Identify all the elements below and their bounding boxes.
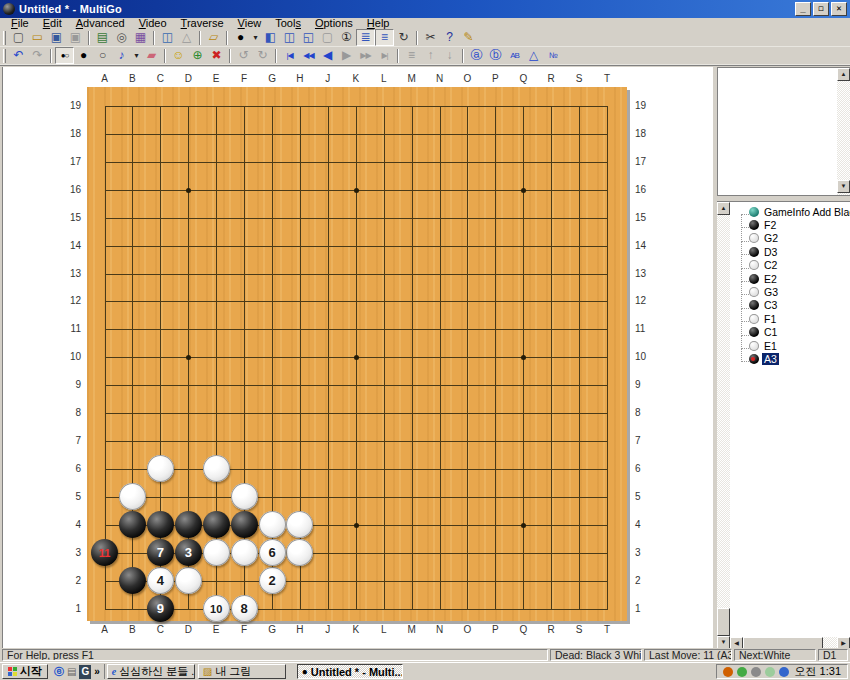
comment-panel[interactable]: ▲ ▼ bbox=[717, 67, 850, 196]
taskbar-task-2[interactable]: ●Untitled * - Multi... bbox=[297, 664, 403, 679]
nav-forward10-icon[interactable]: ▶▶ bbox=[356, 47, 375, 64]
layout-board-icon[interactable]: ◧ bbox=[261, 29, 280, 46]
delete-node-button: ✖ bbox=[211, 47, 221, 64]
black-stone-icon[interactable]: ● bbox=[74, 47, 93, 64]
coord-number-left-7: 7 bbox=[57, 435, 81, 446]
move-number: 11 bbox=[99, 547, 111, 559]
rotate-ccw-icon[interactable]: ↺ bbox=[234, 47, 253, 64]
coord-number-left-1: 1 bbox=[57, 603, 81, 614]
coord-letter-top-C: C bbox=[150, 73, 170, 84]
copy-icon[interactable]: ◫ bbox=[158, 29, 177, 46]
toolbar-grip[interactable] bbox=[3, 49, 6, 63]
layout-split-button: ◫ bbox=[284, 29, 295, 46]
status-next-player: Next:White bbox=[734, 649, 816, 661]
print-preview-icon[interactable]: ◎ bbox=[112, 29, 131, 46]
start-button[interactable]: 시작 bbox=[2, 664, 48, 679]
coord-letter-bottom-E: E bbox=[206, 624, 226, 635]
coord-letter-bottom-B: B bbox=[122, 624, 142, 635]
coord-letter-bottom-S: S bbox=[569, 624, 589, 635]
tree-node-D3[interactable]: D3 bbox=[730, 245, 779, 258]
move-list[interactable]: GameInfo Add Black AddF2G2D3C2E2G3C3F1C1… bbox=[730, 202, 850, 637]
stone-tool-dropdown: ▾ bbox=[253, 29, 257, 46]
coord-letter-top-O: O bbox=[457, 73, 477, 84]
tree-node-C2[interactable]: C2 bbox=[730, 259, 779, 272]
black-stone-D3[interactable]: 3 bbox=[175, 539, 202, 566]
toolbar-separator bbox=[229, 49, 231, 63]
sound-dropdown[interactable]: ▾ bbox=[131, 47, 142, 64]
nav-last-icon[interactable]: ▶| bbox=[375, 47, 394, 64]
menu-video[interactable]: Video bbox=[132, 18, 174, 29]
white-stone-F5[interactable] bbox=[231, 483, 258, 510]
tree-node-label: C2 bbox=[762, 259, 779, 271]
tree-node-label: E2 bbox=[762, 273, 779, 285]
nav-first-icon[interactable]: |◀ bbox=[280, 47, 299, 64]
coord-number-left-14: 14 bbox=[57, 240, 81, 251]
tree-node-A3[interactable]: A3 bbox=[730, 352, 779, 365]
mark-letter-black-button: ⓐ bbox=[471, 47, 483, 64]
status-last-move: Last Move: 11 (A3) bbox=[644, 649, 732, 661]
toolbar-separator bbox=[462, 49, 464, 63]
nav-forward10-button: ▶▶ bbox=[360, 47, 370, 64]
power-tray-icon[interactable] bbox=[751, 667, 761, 677]
start-label: 시작 bbox=[20, 664, 42, 679]
stone-tool-dropdown[interactable]: ▾ bbox=[250, 29, 261, 46]
white-stone-G3[interactable]: 6 bbox=[259, 539, 286, 566]
nav-back-icon[interactable]: ◀ bbox=[318, 47, 337, 64]
tree-node-label: C3 bbox=[762, 299, 779, 311]
move-number: 7 bbox=[157, 545, 164, 560]
grid-line bbox=[551, 106, 552, 610]
coord-number-left-5: 5 bbox=[57, 491, 81, 502]
white-stone-F3[interactable] bbox=[231, 539, 258, 566]
volume-tray-icon[interactable] bbox=[723, 667, 733, 677]
coord-number-right-2: 2 bbox=[635, 575, 659, 586]
white-stone-C6[interactable] bbox=[147, 455, 174, 482]
white-stone-D2[interactable] bbox=[175, 567, 202, 594]
toolbar-grip[interactable] bbox=[3, 31, 6, 45]
toolbar-separator bbox=[397, 49, 399, 63]
game-tools-icon[interactable]: ✂ bbox=[421, 29, 440, 46]
coord-letter-bottom-T: T bbox=[597, 624, 617, 635]
tree-node-F1[interactable]: F1 bbox=[730, 312, 778, 325]
layout-hsplit-icon[interactable]: ◱ bbox=[299, 29, 318, 46]
menu-help[interactable]: Help bbox=[360, 18, 397, 29]
task-label: 심심하신 분들 ..가경... bbox=[119, 664, 195, 679]
layout-split-icon[interactable]: ◫ bbox=[280, 29, 299, 46]
coord-letter-top-Q: Q bbox=[513, 73, 533, 84]
star-point bbox=[354, 523, 359, 528]
coord-letter-top-T: T bbox=[597, 73, 617, 84]
ie-quicklaunch-icon[interactable]: ⓔ bbox=[54, 665, 64, 679]
scroll-up-icon[interactable]: ▲ bbox=[837, 68, 850, 81]
black-stone-C1[interactable]: 9 bbox=[147, 595, 174, 622]
black-stone-C3[interactable]: 7 bbox=[147, 539, 174, 566]
tree-connector bbox=[741, 256, 749, 269]
coord-letter-top-L: L bbox=[374, 73, 394, 84]
context-help-button: ? bbox=[446, 29, 453, 46]
prev-branch-button: ↑ bbox=[428, 47, 434, 64]
mark-label-icon[interactable]: AB bbox=[505, 47, 524, 64]
tree-connector bbox=[741, 336, 749, 349]
mark-letter-white-button: ⓑ bbox=[490, 47, 502, 64]
toolbar-edit-navigate: ↶↷●○●○♪▾▰☺⊕✖↺↻|◀◀◀◀▶▶▶▶|≡↑↓ⓐⓑAB△№ bbox=[0, 47, 850, 65]
add-branch-icon[interactable]: ⊕ bbox=[188, 47, 207, 64]
media-quicklaunch-icon[interactable]: ▤ bbox=[67, 665, 76, 679]
mark-number-icon[interactable]: № bbox=[543, 47, 562, 64]
import-button: ▱ bbox=[209, 29, 218, 46]
coord-letter-bottom-J: J bbox=[318, 624, 338, 635]
star-point bbox=[521, 523, 526, 528]
smiley-button: ☺ bbox=[172, 47, 184, 64]
next-branch-button: ↓ bbox=[447, 47, 453, 64]
nav-last-button: ▶| bbox=[381, 47, 387, 64]
black-stone-F4[interactable] bbox=[231, 511, 258, 538]
coord-letter-bottom-R: R bbox=[541, 624, 561, 635]
move-number: 3 bbox=[185, 545, 192, 560]
minimize-button[interactable]: _ bbox=[795, 2, 811, 16]
export-image-button: ▦ bbox=[135, 29, 146, 46]
grid-line bbox=[105, 469, 609, 470]
move-tree-panel: ▲ ▼ GameInfo Add Black AddF2G2D3C2E2G3C3… bbox=[717, 201, 850, 649]
update-tray-icon[interactable] bbox=[779, 667, 789, 677]
tree-view-button: ≣ bbox=[360, 29, 370, 46]
move-number: 10 bbox=[210, 603, 222, 615]
white-stone-node-icon bbox=[749, 341, 759, 351]
mark-letter-white-icon[interactable]: ⓑ bbox=[486, 47, 505, 64]
coord-letter-bottom-G: G bbox=[262, 624, 282, 635]
coord-letter-top-S: S bbox=[569, 73, 589, 84]
nav-forward-icon[interactable]: ▶ bbox=[337, 47, 356, 64]
node-list-icon[interactable]: ≡ bbox=[375, 29, 394, 46]
import-icon[interactable]: ▱ bbox=[204, 29, 223, 46]
white-stone-node-icon bbox=[749, 314, 759, 324]
messenger-tray-icon[interactable] bbox=[737, 667, 747, 677]
tree-node-E1[interactable]: E1 bbox=[730, 339, 779, 352]
quicklaunch-overflow-chevron[interactable]: » bbox=[94, 665, 100, 679]
black-stone-node-icon bbox=[749, 220, 759, 230]
coord-number-left-8: 8 bbox=[57, 407, 81, 418]
close-button[interactable]: ✕ bbox=[831, 2, 847, 16]
star-point bbox=[186, 188, 191, 193]
window-title: Untitled * - MultiGo bbox=[19, 3, 122, 15]
white-stone-H3[interactable] bbox=[286, 539, 313, 566]
copy-button: ◫ bbox=[162, 29, 173, 46]
open-file-button: ▭ bbox=[32, 29, 43, 46]
white-stone-H4[interactable] bbox=[286, 511, 313, 538]
layout-hsplit-button: ◱ bbox=[303, 29, 314, 46]
white-stone-E1[interactable]: 10 bbox=[203, 595, 230, 622]
toolbar-separator bbox=[164, 49, 166, 63]
grid-line bbox=[384, 106, 385, 610]
tree-node-label: E1 bbox=[762, 340, 779, 352]
coord-number-right-14: 14 bbox=[635, 240, 659, 251]
grid-line bbox=[607, 106, 608, 610]
menu-view[interactable]: View bbox=[231, 18, 269, 29]
grid-line bbox=[105, 441, 609, 442]
sound-icon[interactable]: ♪ bbox=[112, 47, 131, 64]
black-stone-button: ● bbox=[80, 47, 87, 64]
black-stone-E4[interactable] bbox=[203, 511, 230, 538]
edit-mode-icon[interactable]: ✎ bbox=[459, 29, 478, 46]
tree-node-label: G3 bbox=[762, 286, 780, 298]
status-help: For Help, press F1 bbox=[2, 649, 548, 661]
black-stone-node-icon bbox=[749, 327, 759, 337]
grid-line bbox=[495, 106, 496, 610]
rotate-board-icon[interactable]: ↻ bbox=[394, 29, 413, 46]
clock: 오전 1:31 bbox=[793, 664, 841, 679]
tree-node-label: A3 bbox=[762, 353, 779, 365]
print-icon[interactable]: ▤ bbox=[93, 29, 112, 46]
task-label: Untitled * - Multi... bbox=[311, 666, 403, 678]
coord-letter-bottom-A: A bbox=[95, 624, 115, 635]
coord-letter-bottom-M: M bbox=[402, 624, 422, 635]
white-stone-E3[interactable] bbox=[203, 539, 230, 566]
taskbar-task-0[interactable]: e심심하신 분들 ..가경... bbox=[107, 664, 195, 679]
undo-icon[interactable]: ↶ bbox=[9, 47, 28, 64]
task-icon: ● bbox=[302, 666, 308, 677]
save-as-button: ▣ bbox=[70, 29, 81, 46]
toolbar-separator bbox=[88, 31, 90, 45]
coord-number-left-11: 11 bbox=[57, 323, 81, 334]
comment-scrollbar[interactable]: ▲ ▼ bbox=[837, 68, 850, 195]
save-icon[interactable]: ▣ bbox=[47, 29, 66, 46]
white-stone-C2[interactable]: 4 bbox=[147, 567, 174, 594]
coord-number-right-15: 15 bbox=[635, 212, 659, 223]
eraser-icon[interactable]: ▰ bbox=[142, 47, 161, 64]
alternate-stones-button: ●○ bbox=[61, 47, 69, 64]
tree-node-label: GameInfo Add Black Add bbox=[762, 206, 850, 218]
redo-button: ↷ bbox=[32, 47, 42, 64]
coord-letter-bottom-O: O bbox=[457, 624, 477, 635]
nav-back-button: ◀ bbox=[323, 47, 332, 64]
grid-line bbox=[105, 497, 609, 498]
tree-connector bbox=[741, 309, 749, 322]
restore-button[interactable]: ◻ bbox=[813, 2, 829, 16]
move-number: 4 bbox=[157, 573, 164, 588]
coord-number-left-13: 13 bbox=[57, 268, 81, 279]
rotate-ccw-button: ↺ bbox=[238, 47, 248, 64]
task-icon: ▨ bbox=[203, 666, 212, 677]
tree-connector bbox=[741, 269, 749, 282]
tree-node-label: C1 bbox=[762, 326, 779, 338]
mark-letter-black-icon[interactable]: ⓐ bbox=[467, 47, 486, 64]
tree-connector bbox=[741, 229, 749, 242]
copy-position-button: △ bbox=[182, 29, 191, 46]
toolbar-separator bbox=[199, 31, 201, 45]
tree-view-icon[interactable]: ≣ bbox=[356, 29, 375, 46]
new-file-icon[interactable]: ▢ bbox=[9, 29, 28, 46]
black-stone-D4[interactable] bbox=[175, 511, 202, 538]
status-dead-count: Dead: Black 3 White 0 bbox=[550, 649, 642, 661]
sound-button: ♪ bbox=[119, 47, 125, 64]
game-tools-button: ✂ bbox=[425, 29, 435, 46]
coord-number-right-3: 3 bbox=[635, 547, 659, 558]
scroll-down-icon[interactable]: ▼ bbox=[837, 180, 850, 193]
print-preview-button: ◎ bbox=[116, 29, 126, 46]
coord-number-right-11: 11 bbox=[635, 323, 659, 334]
title-bar: Untitled * - MultiGo _ ◻ ✕ bbox=[0, 0, 850, 18]
coord-number-right-8: 8 bbox=[635, 407, 659, 418]
black-stone-C4[interactable] bbox=[147, 511, 174, 538]
coord-number-left-3: 3 bbox=[57, 547, 81, 558]
coord-number-right-1: 1 bbox=[635, 603, 659, 614]
coord-letter-top-H: H bbox=[290, 73, 310, 84]
black-stone-node-icon bbox=[749, 354, 759, 364]
tree-vertical-scrollbar[interactable]: ▲ ▼ bbox=[717, 202, 730, 650]
coord-number-right-5: 5 bbox=[635, 491, 659, 502]
tree-node-G3[interactable]: G3 bbox=[730, 285, 780, 298]
toolbar-separator bbox=[226, 31, 228, 45]
open-file-icon[interactable]: ▭ bbox=[28, 29, 47, 46]
grid-line bbox=[467, 106, 468, 610]
menu-edit[interactable]: Edit bbox=[36, 18, 69, 29]
nav-back10-icon[interactable]: ◀◀ bbox=[299, 47, 318, 64]
g-quicklaunch-icon[interactable]: G bbox=[79, 665, 91, 679]
scroll-up-icon[interactable]: ▲ bbox=[717, 202, 730, 215]
context-help-icon[interactable]: ? bbox=[440, 29, 459, 46]
nav-first-button: |◀ bbox=[286, 47, 292, 64]
coord-number-right-7: 7 bbox=[635, 435, 659, 446]
task-icon: e bbox=[112, 666, 116, 677]
rotate-cw-icon[interactable]: ↻ bbox=[253, 47, 272, 64]
new-file-button: ▢ bbox=[13, 29, 24, 46]
taskbar-task-1[interactable]: ▨내 그림 bbox=[198, 664, 286, 679]
mark-triangle-button: △ bbox=[529, 47, 538, 64]
tree-connector bbox=[741, 296, 749, 309]
menu-file[interactable]: File bbox=[4, 18, 36, 29]
coord-number-right-10: 10 bbox=[635, 351, 659, 362]
save-button: ▣ bbox=[51, 29, 62, 46]
menu-bar: FileEditAdvancedVideoTraverseViewToolsOp… bbox=[0, 18, 850, 29]
tree-node-G2[interactable]: G2 bbox=[730, 232, 780, 245]
scrollbar-thumb[interactable] bbox=[717, 608, 730, 636]
tree-node-C1[interactable]: C1 bbox=[730, 326, 779, 339]
layout-board-button: ◧ bbox=[265, 29, 276, 46]
black-stone-B4[interactable] bbox=[119, 511, 146, 538]
black-stone-node-icon bbox=[749, 274, 759, 284]
white-stone-icon[interactable]: ○ bbox=[93, 47, 112, 64]
star-point bbox=[521, 355, 526, 360]
coord-letter-top-K: K bbox=[346, 73, 366, 84]
system-tray: 오전 1:31 bbox=[716, 664, 848, 679]
export-image-icon[interactable]: ▦ bbox=[131, 29, 150, 46]
nav-forward-button: ▶ bbox=[342, 47, 351, 64]
mark-label-button: AB bbox=[510, 47, 519, 64]
coord-number-left-9: 9 bbox=[57, 379, 81, 390]
tree-node-label: F1 bbox=[762, 313, 778, 325]
status-cursor-coord: D1 bbox=[818, 649, 848, 661]
toolbar-separator bbox=[275, 49, 277, 63]
node-list-button: ≡ bbox=[381, 29, 388, 46]
menu-options[interactable]: Options bbox=[308, 18, 360, 29]
coord-letter-top-M: M bbox=[402, 73, 422, 84]
black-stone-node-icon bbox=[749, 247, 759, 257]
print-button: ▤ bbox=[97, 29, 108, 46]
smiley-icon[interactable]: ☺ bbox=[169, 47, 188, 64]
prev-branch-icon[interactable]: ↑ bbox=[421, 47, 440, 64]
tree-node-C3[interactable]: C3 bbox=[730, 299, 779, 312]
black-stone-B2[interactable] bbox=[119, 567, 146, 594]
tree-connector bbox=[741, 215, 749, 228]
coord-letter-top-R: R bbox=[541, 73, 561, 84]
menu-traverse[interactable]: Traverse bbox=[174, 18, 231, 29]
grid-line bbox=[105, 609, 609, 610]
stone-tool-icon[interactable]: ● bbox=[231, 29, 250, 46]
coord-letter-bottom-K: K bbox=[346, 624, 366, 635]
copy-position-icon[interactable]: △ bbox=[177, 29, 196, 46]
coord-letter-top-G: G bbox=[262, 73, 282, 84]
coord-letter-bottom-Q: Q bbox=[513, 624, 533, 635]
go-board[interactable]: 23467891011 bbox=[87, 87, 627, 621]
tree-node-E2[interactable]: E2 bbox=[730, 272, 779, 285]
white-stone-E6[interactable] bbox=[203, 455, 230, 482]
coord-letter-bottom-F: F bbox=[234, 624, 254, 635]
coord-letter-top-P: P bbox=[485, 73, 505, 84]
coord-number-left-16: 16 bbox=[57, 184, 81, 195]
mark-triangle-icon[interactable]: △ bbox=[524, 47, 543, 64]
coord-number-right-13: 13 bbox=[635, 268, 659, 279]
quick-launch: ⓔ ▤ G » bbox=[50, 664, 105, 679]
menu-tools[interactable]: Tools bbox=[268, 18, 308, 29]
star-point bbox=[354, 355, 359, 360]
coord-number-left-6: 6 bbox=[57, 463, 81, 474]
coord-number-left-18: 18 bbox=[57, 128, 81, 139]
move-number-icon[interactable]: ① bbox=[337, 29, 356, 46]
white-stone-G4[interactable] bbox=[259, 511, 286, 538]
network-tray-icon[interactable] bbox=[765, 667, 775, 677]
board-view[interactable]: 23467891011 AABBCCDDEEFFGGHHJJKKLLMMNNOO… bbox=[2, 67, 713, 649]
coord-number-left-15: 15 bbox=[57, 212, 81, 223]
move-number: 2 bbox=[268, 573, 275, 588]
task-label: 내 그림 bbox=[215, 664, 251, 679]
redo-icon[interactable]: ↷ bbox=[28, 47, 47, 64]
white-stone-node-icon bbox=[749, 233, 759, 243]
menu-advanced[interactable]: Advanced bbox=[69, 18, 132, 29]
star-point bbox=[354, 188, 359, 193]
black-stone-A3[interactable]: 11 bbox=[91, 539, 118, 566]
coord-number-right-4: 4 bbox=[635, 519, 659, 530]
grid-line bbox=[105, 385, 609, 386]
tree-connector bbox=[741, 323, 749, 336]
coord-number-right-18: 18 bbox=[635, 128, 659, 139]
goto-move-icon[interactable]: ≡ bbox=[402, 47, 421, 64]
coord-letter-bottom-D: D bbox=[178, 624, 198, 635]
save-as-icon[interactable]: ▣ bbox=[66, 29, 85, 46]
coord-letter-top-E: E bbox=[206, 73, 226, 84]
coord-number-right-6: 6 bbox=[635, 463, 659, 474]
white-stone-G2[interactable]: 2 bbox=[259, 567, 286, 594]
undo-button: ↶ bbox=[13, 47, 23, 64]
grid-line bbox=[440, 106, 441, 610]
next-branch-icon[interactable]: ↓ bbox=[440, 47, 459, 64]
tree-node-F2[interactable]: F2 bbox=[730, 218, 778, 231]
coord-number-left-4: 4 bbox=[57, 519, 81, 530]
coord-number-right-17: 17 bbox=[635, 156, 659, 167]
move-number: 6 bbox=[268, 545, 275, 560]
mark-number-button: № bbox=[549, 47, 557, 64]
sound-dropdown: ▾ bbox=[134, 47, 138, 64]
alternate-stones-icon[interactable]: ●○ bbox=[55, 47, 74, 64]
coord-number-left-2: 2 bbox=[57, 575, 81, 586]
white-stone-F1[interactable]: 8 bbox=[231, 595, 258, 622]
nav-back10-button: ◀◀ bbox=[303, 47, 313, 64]
layout-quad-icon[interactable]: ▢ bbox=[318, 29, 337, 46]
white-stone-node-icon bbox=[749, 287, 759, 297]
delete-node-icon[interactable]: ✖ bbox=[207, 47, 226, 64]
white-stone-B5[interactable] bbox=[119, 483, 146, 510]
coord-letter-top-N: N bbox=[430, 73, 450, 84]
coord-letter-bottom-P: P bbox=[485, 624, 505, 635]
